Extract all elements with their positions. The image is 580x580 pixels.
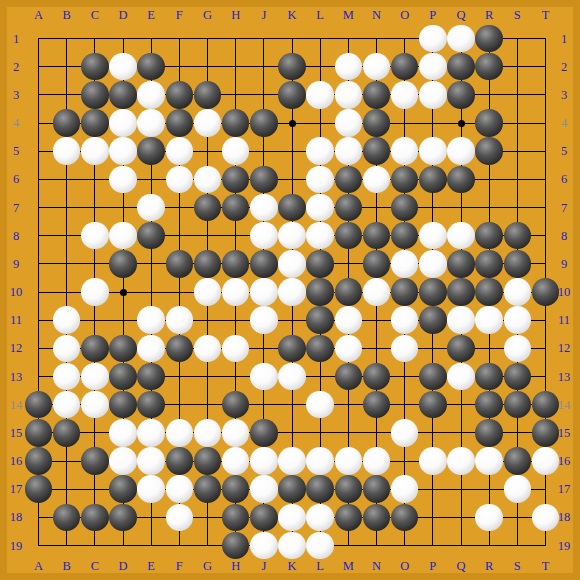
white-stone-O12 [391,335,419,363]
white-stone-S17 [504,475,532,503]
col-label-top: G [196,8,220,22]
col-label-bottom: L [308,559,332,573]
row-label-right: 12 [552,341,576,355]
white-stone-C14 [81,391,109,419]
black-stone-S16 [504,447,532,475]
white-stone-S10 [504,278,532,306]
white-stone-O15 [391,419,419,447]
black-stone-A14 [25,391,53,419]
white-stone-E11 [137,306,165,334]
row-label-left: 9 [4,257,28,271]
black-stone-G17 [194,475,222,503]
black-stone-M17 [335,475,363,503]
white-stone-G6 [194,166,222,194]
black-stone-N18 [363,504,391,532]
black-stone-F3 [166,81,194,109]
col-label-top: S [505,8,529,22]
black-stone-C2 [81,53,109,81]
white-stone-J8 [250,222,278,250]
white-stone-B13 [53,363,81,391]
black-stone-H17 [222,475,250,503]
black-stone-S8 [504,222,532,250]
black-stone-Q2 [447,53,475,81]
white-stone-J10 [250,278,278,306]
row-label-left: 8 [4,229,28,243]
white-stone-Q16 [447,447,475,475]
white-stone-F6 [166,166,194,194]
black-stone-D18 [109,504,137,532]
black-stone-R14 [475,391,503,419]
black-stone-T15 [532,419,560,447]
black-stone-M8 [335,222,363,250]
row-label-right: 9 [552,257,576,271]
white-stone-L16 [306,447,334,475]
white-stone-P9 [419,250,447,278]
row-label-left: 4 [4,116,28,130]
row-label-right: 7 [552,201,576,215]
black-stone-M6 [335,166,363,194]
row-label-right: 8 [552,229,576,243]
star-point [120,289,127,296]
black-stone-N5 [363,137,391,165]
col-label-bottom: B [55,559,79,573]
white-stone-R18 [475,504,503,532]
white-stone-Q1 [447,25,475,53]
col-label-bottom: D [111,559,135,573]
black-stone-C3 [81,81,109,109]
row-label-right: 11 [552,313,576,327]
white-stone-C8 [81,222,109,250]
black-stone-L12 [306,335,334,363]
black-stone-G3 [194,81,222,109]
black-stone-C4 [81,109,109,137]
black-stone-B15 [53,419,81,447]
row-label-left: 6 [4,172,28,186]
white-stone-N2 [363,53,391,81]
white-stone-G4 [194,109,222,137]
black-stone-B18 [53,504,81,532]
white-stone-H5 [222,137,250,165]
col-label-bottom: Q [449,559,473,573]
black-stone-C16 [81,447,109,475]
col-label-bottom: N [365,559,389,573]
white-stone-B5 [53,137,81,165]
col-label-bottom: H [224,559,248,573]
black-stone-F12 [166,335,194,363]
col-label-bottom: K [280,559,304,573]
black-stone-A16 [25,447,53,475]
white-stone-M4 [335,109,363,137]
col-label-bottom: T [534,559,558,573]
black-stone-G16 [194,447,222,475]
row-label-right: 5 [552,144,576,158]
col-label-bottom: G [196,559,220,573]
white-stone-C13 [81,363,109,391]
black-stone-D3 [109,81,137,109]
white-stone-D6 [109,166,137,194]
row-label-left: 18 [4,510,28,524]
black-stone-D9 [109,250,137,278]
white-stone-B11 [53,306,81,334]
black-stone-J18 [250,504,278,532]
row-label-left: 5 [4,144,28,158]
white-stone-D16 [109,447,137,475]
black-stone-N13 [363,363,391,391]
col-label-bottom: S [505,559,529,573]
white-stone-N6 [363,166,391,194]
white-stone-D2 [109,53,137,81]
col-label-top: A [27,8,51,22]
black-stone-M10 [335,278,363,306]
col-label-top: D [111,8,135,22]
black-stone-H7 [222,194,250,222]
white-stone-N16 [363,447,391,475]
white-stone-M16 [335,447,363,475]
white-stone-P16 [419,447,447,475]
white-stone-H16 [222,447,250,475]
white-stone-M12 [335,335,363,363]
black-stone-R9 [475,250,503,278]
white-stone-L7 [306,194,334,222]
black-stone-N9 [363,250,391,278]
black-stone-S14 [504,391,532,419]
white-stone-F15 [166,419,194,447]
white-stone-K13 [278,363,306,391]
black-stone-G7 [194,194,222,222]
col-label-top: T [534,8,558,22]
black-stone-Q10 [447,278,475,306]
black-stone-B4 [53,109,81,137]
col-label-bottom: A [27,559,51,573]
col-label-bottom: J [252,559,276,573]
white-stone-E3 [137,81,165,109]
col-label-bottom: E [139,559,163,573]
col-label-bottom: P [421,559,445,573]
white-stone-D15 [109,419,137,447]
black-stone-O7 [391,194,419,222]
col-label-bottom: R [477,559,501,573]
col-label-bottom: C [83,559,107,573]
row-label-left: 19 [4,539,28,553]
white-stone-P3 [419,81,447,109]
black-stone-F9 [166,250,194,278]
black-stone-L9 [306,250,334,278]
white-stone-K8 [278,222,306,250]
white-stone-E12 [137,335,165,363]
col-label-top: H [224,8,248,22]
col-label-top: N [365,8,389,22]
black-stone-T10 [532,278,560,306]
row-label-right: 13 [552,370,576,384]
col-label-bottom: F [167,559,191,573]
black-stone-H18 [222,504,250,532]
white-stone-O9 [391,250,419,278]
black-stone-E13 [137,363,165,391]
col-label-top: E [139,8,163,22]
white-stone-J13 [250,363,278,391]
white-stone-E15 [137,419,165,447]
row-label-right: 1 [552,32,576,46]
row-label-left: 10 [4,285,28,299]
white-stone-P8 [419,222,447,250]
black-stone-F16 [166,447,194,475]
black-stone-L10 [306,278,334,306]
black-stone-H9 [222,250,250,278]
black-stone-T14 [532,391,560,419]
col-label-bottom: O [393,559,417,573]
black-stone-E2 [137,53,165,81]
white-stone-K18 [278,504,306,532]
black-stone-R4 [475,109,503,137]
white-stone-O17 [391,475,419,503]
row-label-right: 4 [552,116,576,130]
white-stone-E16 [137,447,165,475]
row-label-right: 17 [552,482,576,496]
black-stone-L17 [306,475,334,503]
white-stone-S12 [504,335,532,363]
col-label-bottom: M [336,559,360,573]
row-label-right: 6 [552,172,576,186]
white-stone-L5 [306,137,334,165]
white-stone-K16 [278,447,306,475]
black-stone-M13 [335,363,363,391]
col-label-top: K [280,8,304,22]
black-stone-Q12 [447,335,475,363]
black-stone-Q6 [447,166,475,194]
col-label-top: M [336,8,360,22]
white-stone-G15 [194,419,222,447]
white-stone-T18 [532,504,560,532]
white-stone-Q11 [447,306,475,334]
black-stone-D13 [109,363,137,391]
black-stone-H6 [222,166,250,194]
white-stone-H10 [222,278,250,306]
black-stone-N14 [363,391,391,419]
col-label-top: Q [449,8,473,22]
black-stone-P6 [419,166,447,194]
row-label-left: 2 [4,60,28,74]
white-stone-R16 [475,447,503,475]
black-stone-F4 [166,109,194,137]
black-stone-D12 [109,335,137,363]
white-stone-O5 [391,137,419,165]
white-stone-J7 [250,194,278,222]
black-stone-N4 [363,109,391,137]
col-label-top: P [421,8,445,22]
black-stone-R8 [475,222,503,250]
white-stone-B12 [53,335,81,363]
black-stone-P11 [419,306,447,334]
black-stone-P14 [419,391,447,419]
white-stone-G10 [194,278,222,306]
black-stone-Q3 [447,81,475,109]
col-label-top: J [252,8,276,22]
black-stone-R10 [475,278,503,306]
black-stone-E8 [137,222,165,250]
row-label-left: 13 [4,370,28,384]
white-stone-Q8 [447,222,475,250]
black-stone-H14 [222,391,250,419]
row-label-right: 2 [552,60,576,74]
white-stone-F17 [166,475,194,503]
black-stone-S13 [504,363,532,391]
black-stone-G9 [194,250,222,278]
white-stone-O11 [391,306,419,334]
white-stone-Q13 [447,363,475,391]
star-point [458,120,465,127]
white-stone-J19 [250,532,278,560]
row-label-left: 1 [4,32,28,46]
white-stone-K10 [278,278,306,306]
black-stone-J4 [250,109,278,137]
white-stone-T16 [532,447,560,475]
white-stone-E17 [137,475,165,503]
black-stone-C12 [81,335,109,363]
col-label-top: B [55,8,79,22]
black-stone-E14 [137,391,165,419]
white-stone-L3 [306,81,334,109]
white-stone-L14 [306,391,334,419]
white-stone-L18 [306,504,334,532]
white-stone-P5 [419,137,447,165]
row-label-left: 11 [4,313,28,327]
white-stone-L6 [306,166,334,194]
white-stone-S11 [504,306,532,334]
col-label-top: C [83,8,107,22]
black-stone-K7 [278,194,306,222]
white-stone-B14 [53,391,81,419]
black-stone-D17 [109,475,137,503]
black-stone-L11 [306,306,334,334]
row-label-left: 12 [4,341,28,355]
row-label-left: 3 [4,88,28,102]
black-stone-O8 [391,222,419,250]
black-stone-R2 [475,53,503,81]
black-stone-P10 [419,278,447,306]
black-stone-R15 [475,419,503,447]
white-stone-H15 [222,419,250,447]
white-stone-E4 [137,109,165,137]
white-stone-M2 [335,53,363,81]
white-stone-D4 [109,109,137,137]
black-stone-O18 [391,504,419,532]
row-label-left: 7 [4,201,28,215]
black-stone-S9 [504,250,532,278]
white-stone-K9 [278,250,306,278]
star-point [289,120,296,127]
white-stone-J11 [250,306,278,334]
white-stone-K19 [278,532,306,560]
black-stone-R1 [475,25,503,53]
white-stone-M5 [335,137,363,165]
black-stone-K2 [278,53,306,81]
white-stone-J16 [250,447,278,475]
black-stone-M18 [335,504,363,532]
row-label-right: 3 [552,88,576,102]
white-stone-C5 [81,137,109,165]
col-label-top: F [167,8,191,22]
white-stone-L19 [306,532,334,560]
white-stone-F5 [166,137,194,165]
black-stone-Q9 [447,250,475,278]
black-stone-D14 [109,391,137,419]
black-stone-N3 [363,81,391,109]
white-stone-F18 [166,504,194,532]
black-stone-O6 [391,166,419,194]
row-label-right: 19 [552,539,576,553]
white-stone-G12 [194,335,222,363]
white-stone-H12 [222,335,250,363]
white-stone-D5 [109,137,137,165]
col-label-top: R [477,8,501,22]
black-stone-N8 [363,222,391,250]
white-stone-M11 [335,306,363,334]
col-label-top: O [393,8,417,22]
black-stone-R5 [475,137,503,165]
black-stone-N17 [363,475,391,503]
white-stone-C10 [81,278,109,306]
black-stone-K12 [278,335,306,363]
white-stone-D8 [109,222,137,250]
black-stone-O10 [391,278,419,306]
white-stone-R11 [475,306,503,334]
white-stone-O3 [391,81,419,109]
black-stone-J9 [250,250,278,278]
black-stone-P13 [419,363,447,391]
white-stone-Q5 [447,137,475,165]
black-stone-J15 [250,419,278,447]
black-stone-K3 [278,81,306,109]
white-stone-P2 [419,53,447,81]
black-stone-H4 [222,109,250,137]
black-stone-C18 [81,504,109,532]
black-stone-O2 [391,53,419,81]
white-stone-N10 [363,278,391,306]
white-stone-M3 [335,81,363,109]
black-stone-H19 [222,532,250,560]
white-stone-F11 [166,306,194,334]
white-stone-J17 [250,475,278,503]
go-app-window: AABBCCDDEEFFGGHHJJKKLLMMNNOOPPQQRRSSTT11… [0,0,580,580]
black-stone-J6 [250,166,278,194]
go-board[interactable]: AABBCCDDEEFFGGHHJJKKLLMMNNOOPPQQRRSSTT11… [0,0,580,580]
black-stone-R13 [475,363,503,391]
white-stone-E7 [137,194,165,222]
black-stone-E5 [137,137,165,165]
black-stone-K17 [278,475,306,503]
black-stone-A17 [25,475,53,503]
black-stone-M7 [335,194,363,222]
black-stone-A15 [25,419,53,447]
white-stone-P1 [419,25,447,53]
white-stone-L8 [306,222,334,250]
col-label-top: L [308,8,332,22]
